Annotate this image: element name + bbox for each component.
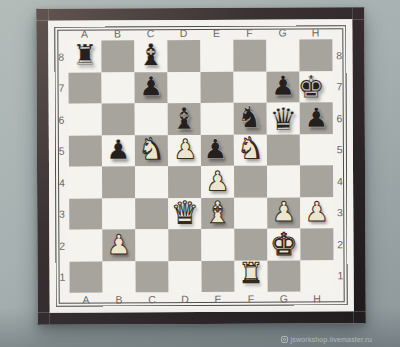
square-f1: ♜	[234, 260, 267, 292]
piece-black-pawn-g7: ♟	[271, 72, 295, 99]
piece-black-rook-a8: ♜	[72, 41, 97, 69]
file-label-bottom-h: H	[301, 291, 334, 305]
file-label-top-f: F	[233, 26, 266, 40]
piece-white-queen-d3: ♛	[171, 198, 199, 229]
square-a6	[69, 104, 102, 136]
square-f4	[234, 166, 267, 198]
piece-white-pawn-b2: ♟	[107, 231, 131, 258]
square-b7	[102, 72, 135, 104]
square-d2	[168, 229, 201, 261]
rank-label-left-7: 7	[55, 72, 69, 104]
file-label-bottom-a: A	[70, 293, 103, 307]
square-h5	[300, 134, 333, 166]
rank-label-right-3: 3	[333, 197, 347, 229]
rank-label-left-3: 3	[55, 198, 69, 230]
square-c1	[135, 261, 168, 293]
square-b8	[101, 40, 134, 72]
square-b6	[102, 103, 135, 135]
rank-label-left-1: 1	[55, 261, 69, 293]
square-h8	[299, 39, 332, 71]
rank-label-left-4: 4	[55, 167, 69, 199]
square-g6: ♛	[267, 102, 300, 134]
square-d3: ♛	[168, 197, 201, 229]
chessboard: ABCDEFGH8♜♝87♟♟♚76♝♞♛♟65♟♞♟♟♞54♟43♛♝♟♟32…	[54, 25, 347, 307]
piece-black-pawn-e5: ♟	[203, 136, 227, 163]
rank-label-right-5: 5	[333, 134, 347, 166]
square-e6	[201, 103, 234, 135]
piece-white-pawn-d5: ♟	[173, 136, 197, 163]
corner-bottom-right	[334, 291, 348, 305]
square-d6: ♝	[168, 103, 201, 135]
watermark-text: jsworkshop.livemaster.ru	[291, 336, 372, 343]
rank-label-right-1: 1	[333, 260, 347, 292]
square-e7	[201, 71, 234, 103]
square-g3: ♟	[267, 197, 300, 229]
file-label-bottom-d: D	[169, 292, 202, 306]
square-c6	[135, 103, 168, 135]
piece-black-bishop-c8: ♝	[137, 40, 164, 70]
square-d5: ♟	[168, 135, 201, 167]
square-c2	[135, 229, 168, 261]
piece-black-bishop-d6: ♝	[171, 104, 198, 134]
piece-black-knight-f6: ♞	[237, 102, 264, 132]
file-label-bottom-e: E	[202, 292, 235, 306]
square-g2: ♚	[267, 228, 300, 260]
square-a4	[69, 167, 102, 199]
piece-white-pawn-g3: ♟	[272, 198, 296, 225]
square-g7: ♟	[267, 71, 300, 103]
rank-label-right-7: 7	[333, 71, 347, 103]
square-a2	[69, 230, 102, 262]
square-e2	[201, 229, 234, 261]
piece-white-king-g2: ♚	[270, 229, 298, 260]
square-f8	[233, 40, 266, 72]
file-label-top-b: B	[101, 26, 134, 40]
square-d1	[168, 260, 201, 292]
file-label-top-e: E	[200, 26, 233, 40]
file-label-top-a: A	[68, 27, 101, 41]
square-g5	[267, 134, 300, 166]
piece-black-pawn-h6: ♟	[304, 104, 328, 131]
file-label-top-c: C	[134, 26, 167, 40]
file-label-top-d: D	[167, 26, 200, 40]
square-h3: ♟	[300, 197, 333, 229]
square-a3	[69, 198, 102, 230]
square-h6: ♟	[300, 102, 333, 134]
file-label-bottom-c: C	[136, 292, 169, 306]
piece-white-pawn-e4: ♟	[205, 167, 229, 194]
corner-top-left	[54, 27, 68, 41]
square-c8: ♝	[134, 40, 167, 72]
rank-label-left-5: 5	[55, 135, 69, 167]
square-h1	[300, 260, 333, 292]
piece-white-bishop-e3: ♝	[204, 198, 231, 228]
square-f2	[234, 229, 267, 261]
square-f7	[234, 71, 267, 103]
square-c5: ♞	[135, 135, 168, 167]
rank-label-right-2: 2	[333, 228, 347, 260]
square-a1	[69, 261, 102, 293]
pinstripe-rule: ABCDEFGH8♜♝87♟♟♚76♝♞♛♟65♟♞♟♟♞54♟43♛♝♟♟32…	[54, 25, 347, 307]
square-b5: ♟	[102, 135, 135, 167]
piece-black-pawn-c7: ♟	[139, 73, 163, 100]
camera-icon	[281, 336, 288, 343]
piece-black-pawn-b5: ♟	[106, 136, 130, 163]
square-h7: ♚	[300, 71, 333, 103]
square-e1	[201, 260, 234, 292]
rank-label-left-6: 6	[55, 104, 69, 136]
square-h2	[300, 228, 333, 260]
square-f3	[234, 197, 267, 229]
corner-bottom-left	[56, 293, 70, 307]
square-g4	[267, 165, 300, 197]
square-a7	[69, 72, 102, 104]
piece-black-queen-g6: ♛	[269, 104, 297, 135]
piece-black-king-h7: ♚	[297, 72, 325, 103]
rank-label-left-2: 2	[55, 230, 69, 262]
square-d7	[168, 72, 201, 104]
file-label-top-h: H	[299, 25, 332, 39]
square-g8	[266, 39, 299, 71]
square-f5: ♞	[234, 134, 267, 166]
file-label-bottom-f: F	[235, 292, 268, 306]
piece-white-knight-f5: ♞	[237, 134, 264, 164]
board-mat: ABCDEFGH8♜♝87♟♟♚76♝♞♛♟65♟♞♟♟♞54♟43♛♝♟♟32…	[48, 19, 354, 313]
square-b3	[102, 198, 135, 230]
rank-label-right-6: 6	[333, 102, 347, 134]
piece-white-knight-c5: ♞	[138, 134, 165, 164]
file-label-top-g: G	[266, 25, 299, 39]
square-c3	[135, 198, 168, 230]
file-label-bottom-g: G	[268, 291, 301, 305]
square-d4	[168, 166, 201, 198]
square-h4	[300, 165, 333, 197]
square-c4	[135, 166, 168, 198]
square-c7: ♟	[135, 72, 168, 104]
rank-label-right-8: 8	[332, 39, 346, 71]
corner-top-right	[332, 25, 346, 39]
square-d8	[167, 40, 200, 72]
square-e8	[200, 40, 233, 72]
rank-label-left-8: 8	[54, 41, 68, 73]
square-b4	[102, 166, 135, 198]
square-g1	[267, 260, 300, 292]
piece-white-rook-f1: ♜	[238, 260, 263, 288]
square-e5: ♟	[201, 134, 234, 166]
square-b1	[102, 261, 135, 293]
square-e3: ♝	[201, 197, 234, 229]
square-f6: ♞	[234, 103, 267, 135]
demo-board-frame: ABCDEFGH8♜♝87♟♟♚76♝♞♛♟65♟♞♟♟♞54♟43♛♝♟♟32…	[36, 7, 366, 325]
square-e4: ♟	[201, 166, 234, 198]
square-b2: ♟	[102, 229, 135, 261]
rank-label-right-4: 4	[333, 165, 347, 197]
file-label-bottom-b: B	[103, 292, 136, 306]
watermark: jsworkshop.livemaster.ru	[281, 336, 372, 343]
piece-white-pawn-h3: ♟	[305, 198, 329, 225]
square-a5	[69, 135, 102, 167]
square-a8: ♜	[68, 41, 101, 73]
